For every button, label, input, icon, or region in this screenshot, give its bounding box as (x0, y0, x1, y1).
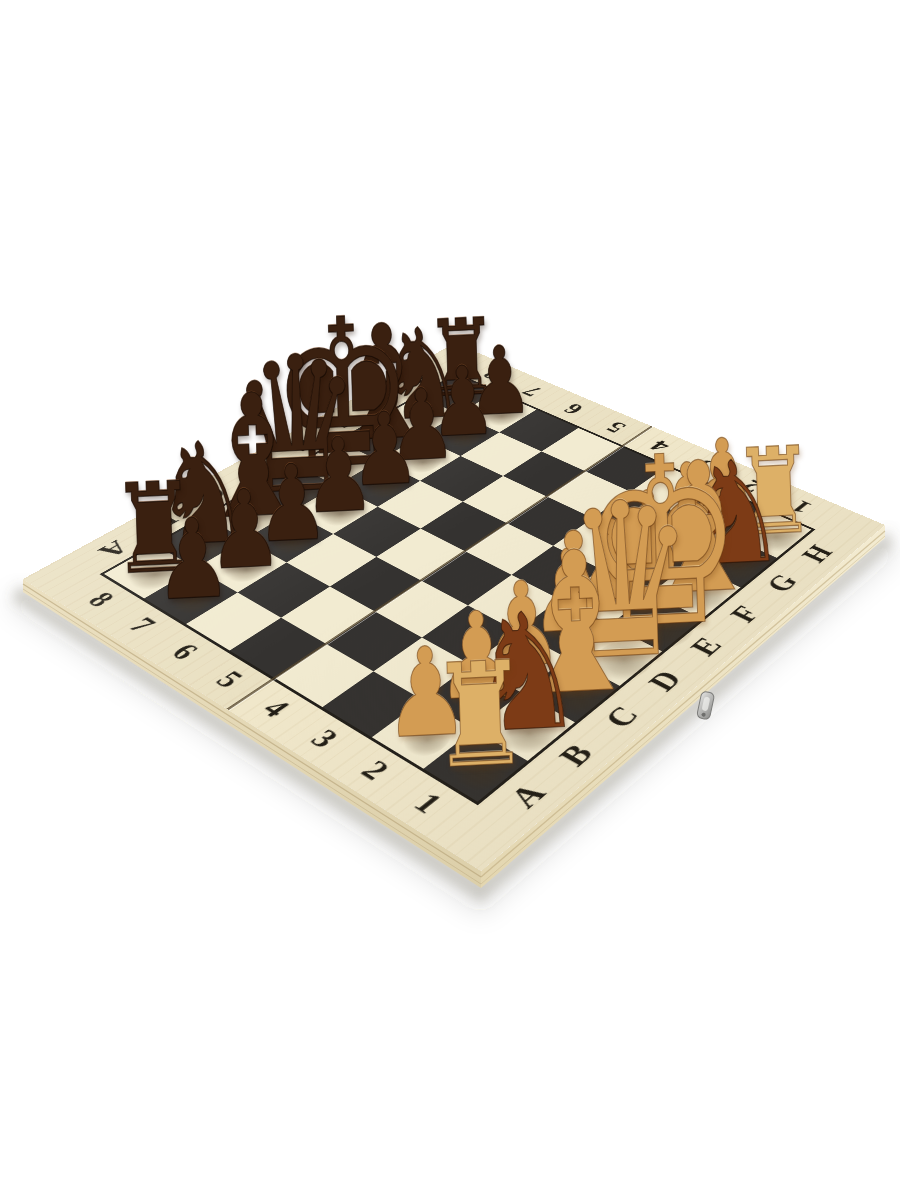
piece-black-pawn-a7[interactable]: ♟ (153, 502, 233, 616)
piece-white-rook-a1[interactable]: ♜ (428, 642, 532, 790)
product-photo-stage: AA88BB77CC66DD55EE44FF33GG22HH11 ♜♟♞♟♝♟♚… (0, 0, 900, 1200)
